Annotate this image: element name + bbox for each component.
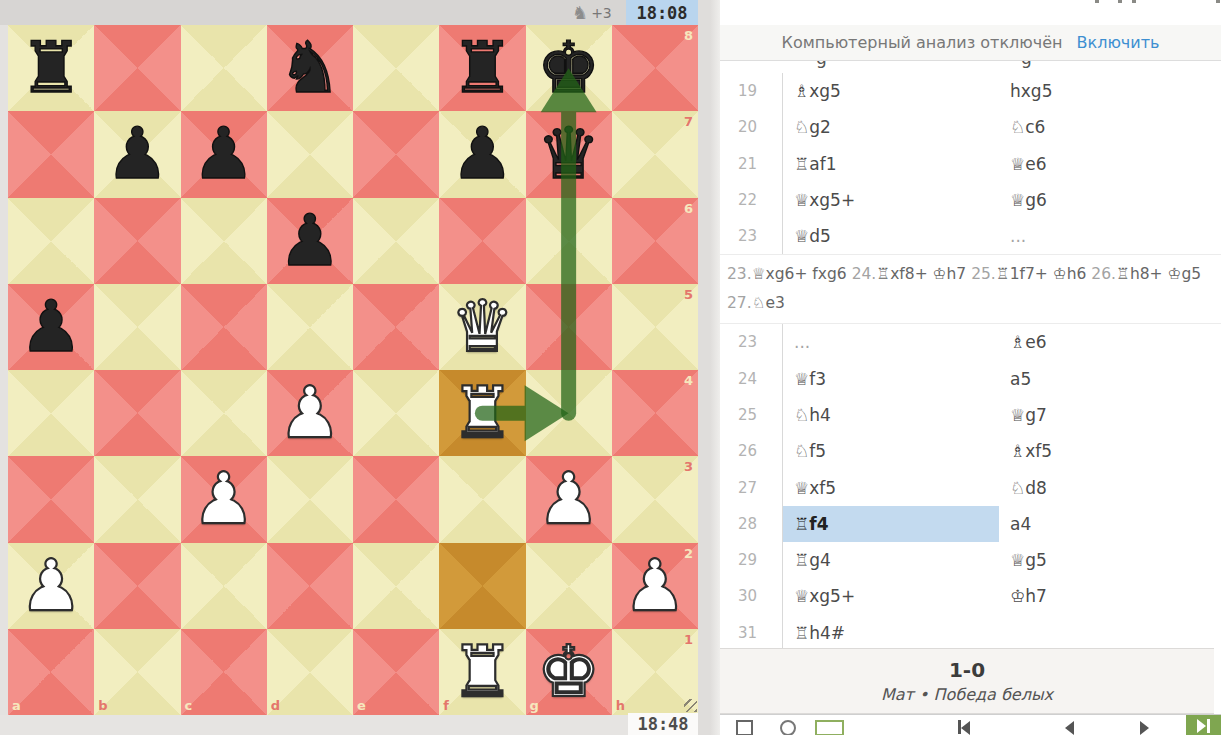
square-d1[interactable] (267, 629, 353, 715)
variation-move[interactable]: ♔h6 (1053, 265, 1087, 283)
square-a3[interactable] (8, 456, 94, 542)
analysis-status-label: Компьютерный анализ отключён (782, 33, 1063, 52)
white-clock: 18:48 (628, 713, 698, 735)
white-move[interactable]: ♖f4 (783, 506, 999, 542)
move-row: 28 ♖f4 a4 (720, 506, 1221, 542)
square-c8[interactable] (181, 25, 267, 111)
square-e4[interactable] (353, 370, 439, 456)
piece-black-king-g8[interactable]: ♚ (526, 25, 612, 111)
move-row: 31 ♖h4# (720, 614, 1221, 650)
variation-move[interactable]: ♔h7 (933, 265, 967, 283)
square-c6[interactable] (181, 198, 267, 284)
bottom-strip (0, 715, 720, 735)
square-d3[interactable] (267, 456, 353, 542)
move-row: 20 ♘g2 ♘c6 (720, 109, 1221, 145)
piece-black-rook-a8[interactable]: ♜ (8, 25, 94, 111)
move-number: 23 (720, 324, 783, 360)
analysis-panel: Компьютерный анализ отключён Включить g … (720, 0, 1221, 735)
white-move[interactable]: ♕d5 (783, 218, 999, 254)
piece-black-pawn-b7[interactable]: ♟ (94, 111, 180, 197)
material-value: +3 (591, 5, 612, 21)
move-row: 19 ♗xg5 hxg5 (720, 73, 1221, 109)
white-move[interactable]: ♖h4# (783, 614, 999, 650)
page: ♞ +3 18:08 18:48 ♜♞♜♚♟♟♟♛♟♟♛♟♜♟♟♟♟♜♚ abc… (0, 0, 1221, 735)
material-advantage: ♞ +3 (572, 0, 612, 25)
variation-move-number: 26. (1091, 265, 1116, 283)
move-row: 25 ♘h4 ♕g7 (720, 397, 1221, 433)
square-g5[interactable] (526, 284, 612, 370)
square-f3[interactable] (439, 456, 525, 542)
result-description: Мат • Победа белых (881, 685, 1053, 704)
square-f6[interactable] (439, 198, 525, 284)
black-move[interactable]: ♘d8 (999, 469, 1221, 505)
square-g2[interactable] (526, 543, 612, 629)
white-move[interactable]: ♕xg5+ (783, 182, 999, 218)
square-d5[interactable] (267, 284, 353, 370)
move-row: 24 ♕f3 a5 (720, 361, 1221, 397)
variation-move-number: 25. (971, 265, 996, 283)
square-a6[interactable] (8, 198, 94, 284)
piece-black-rook-f8[interactable]: ♜ (439, 25, 525, 111)
piece-black-pawn-c7[interactable]: ♟ (181, 111, 267, 197)
piece-white-king-g1[interactable]: ♚ (526, 629, 612, 715)
black-move[interactable]: ♗e6 (999, 324, 1221, 360)
black-move[interactable]: a4 (999, 506, 1221, 542)
square-b1[interactable] (94, 629, 180, 715)
square-h6[interactable] (612, 198, 698, 284)
piece-white-pawn-g3[interactable]: ♟ (526, 456, 612, 542)
board-resize-handle[interactable] (684, 699, 697, 712)
square-c4[interactable] (181, 370, 267, 456)
piece-white-rook-f4[interactable]: ♜ (439, 370, 525, 456)
white-move[interactable]: ♕xg5+ (783, 578, 999, 614)
white-move[interactable]: ♖af1 (783, 146, 999, 182)
move-number: 29 (720, 542, 783, 578)
move-row: 29 ♖g4 ♕g5 (720, 542, 1221, 578)
square-h4[interactable] (612, 370, 698, 456)
next-move-icon[interactable] (1140, 720, 1149, 735)
move-row: 30 ♕xg5+ ♔h7 (720, 578, 1221, 614)
black-move[interactable]: hxg5 (999, 73, 1221, 109)
enable-analysis-link[interactable]: Включить (1077, 33, 1160, 52)
move-number: 30 (720, 578, 783, 614)
square-b5[interactable] (94, 284, 180, 370)
move-number: 20 (720, 109, 783, 145)
square-d2[interactable] (267, 543, 353, 629)
white-move[interactable]: ♘f5 (783, 433, 999, 469)
square-b4[interactable] (94, 370, 180, 456)
move-number: 26 (720, 433, 783, 469)
prev-move-icon[interactable] (1065, 720, 1074, 735)
variation-move[interactable]: ♖1f7+ (996, 265, 1048, 283)
explorer-toggle-icon[interactable] (815, 720, 844, 735)
square-h5[interactable] (612, 284, 698, 370)
variation-move[interactable]: ♕xg6+ (752, 265, 808, 283)
square-e7[interactable] (353, 111, 439, 197)
square-e5[interactable] (353, 284, 439, 370)
move-number: 27 (720, 469, 783, 505)
square-e1[interactable] (353, 629, 439, 715)
black-move[interactable]: a5 (999, 361, 1221, 397)
white-move[interactable]: ♗xg5 (783, 73, 999, 109)
square-a1[interactable] (8, 629, 94, 715)
square-d7[interactable] (267, 111, 353, 197)
clipped-header-fragment (1095, 0, 1099, 3)
square-b2[interactable] (94, 543, 180, 629)
white-move[interactable]: ♘h4 (783, 397, 999, 433)
clipped-header-fragment (1216, 0, 1220, 3)
variation-move[interactable]: fxg6 (812, 265, 846, 283)
knight-icon: ♞ (572, 2, 588, 23)
square-e8[interactable] (353, 25, 439, 111)
settings-circle-icon[interactable] (780, 720, 796, 735)
variation-move[interactable]: ♖xf8+ (876, 265, 927, 283)
piece-black-pawn-d6[interactable]: ♟ (267, 198, 353, 284)
white-move[interactable]: ♘g2 (783, 109, 999, 145)
clipped-white-move[interactable]: g (816, 61, 827, 68)
move-number: 19 (720, 73, 783, 109)
square-h8[interactable] (612, 25, 698, 111)
square-c1[interactable] (181, 629, 267, 715)
result-score: 1-0 (949, 658, 985, 682)
black-move[interactable]: ♕g6 (999, 182, 1221, 218)
square-a7[interactable] (8, 111, 94, 197)
square-a4[interactable] (8, 370, 94, 456)
variation-move[interactable]: ♘e3 (752, 294, 785, 312)
square-f2[interactable] (439, 543, 525, 629)
move-row: 26 ♘f5 ♗xf5 (720, 433, 1221, 469)
square-c2[interactable] (181, 543, 267, 629)
clipped-header-fragment (1118, 0, 1122, 3)
white-move[interactable]: ♕f3 (783, 361, 999, 397)
black-move[interactable]: ♗xf5 (999, 433, 1221, 469)
last-move-icon[interactable] (1186, 715, 1221, 735)
panel-gutter (698, 0, 720, 735)
move-row: 23 ... ♗e6 (720, 324, 1221, 360)
variation-move-number: 27. (727, 294, 752, 312)
black-move[interactable]: ... (999, 218, 1221, 254)
black-move[interactable]: ♔h7 (999, 578, 1221, 614)
piece-white-pawn-c3[interactable]: ♟ (181, 456, 267, 542)
move-row: 23 ♕d5 ... (720, 218, 1221, 254)
piece-white-pawn-a2[interactable]: ♟ (8, 543, 94, 629)
variation-move[interactable]: ♔g5 (1168, 265, 1202, 283)
piece-black-queen-g7[interactable]: ♛ (526, 111, 612, 197)
square-e2[interactable] (353, 543, 439, 629)
square-g4[interactable] (526, 370, 612, 456)
analysis-toolbar (720, 714, 1221, 735)
piece-white-rook-f1[interactable]: ♜ (439, 629, 525, 715)
square-c5[interactable] (181, 284, 267, 370)
move-number: 24 (720, 361, 783, 397)
black-move[interactable]: ♕e6 (999, 146, 1221, 182)
move-list: g g 19 ♗xg5 hxg5 20 ♘g2 ♘c6 21 ♖af1 ♕e6 … (720, 61, 1221, 651)
move-number: 21 (720, 146, 783, 182)
square-b6[interactable] (94, 198, 180, 284)
first-move-icon[interactable] (958, 720, 970, 735)
black-move[interactable]: ♘c6 (999, 109, 1221, 145)
white-move[interactable]: ... (783, 324, 999, 360)
move-number: 23 (720, 218, 783, 254)
square-h3[interactable] (612, 456, 698, 542)
variation-move[interactable]: ♖h8+ (1116, 265, 1163, 283)
move-number: 31 (720, 614, 783, 650)
piece-white-pawn-d4[interactable]: ♟ (267, 370, 353, 456)
square-h7[interactable] (612, 111, 698, 197)
square-g6[interactable] (526, 198, 612, 284)
white-move[interactable]: ♕xf5 (783, 469, 999, 505)
black-clock: 18:08 (626, 0, 698, 25)
piece-white-queen-f5[interactable]: ♛ (439, 284, 525, 370)
piece-black-knight-d8[interactable]: ♞ (267, 25, 353, 111)
move-row: 21 ♖af1 ♕e6 (720, 146, 1221, 182)
board-zone: ♞ +3 18:08 18:48 ♜♞♜♚♟♟♟♛♟♟♛♟♜♟♟♟♟♜♚ abc… (0, 0, 720, 735)
square-b8[interactable] (94, 25, 180, 111)
top-strip (0, 0, 720, 25)
analysis-variation-comment: 23.♕xg6+ fxg6 24.♖xf8+ ♔h7 25.♖1f7+ ♔h6 … (720, 254, 1221, 324)
move-row: 27 ♕xf5 ♘d8 (720, 469, 1221, 505)
analysis-header: Компьютерный анализ отключён Включить (720, 25, 1221, 61)
black-move[interactable] (999, 614, 1221, 650)
piece-black-pawn-f7[interactable]: ♟ (439, 111, 525, 197)
clipped-header-fragment (1132, 0, 1136, 3)
square-e3[interactable] (353, 456, 439, 542)
move-number: 28 (720, 506, 783, 542)
piece-white-pawn-h2[interactable]: ♟ (612, 543, 698, 629)
white-move[interactable]: ♖g4 (783, 542, 999, 578)
clipped-move-row: g g (720, 61, 1221, 73)
black-move[interactable]: ♕g7 (999, 397, 1221, 433)
piece-black-pawn-a5[interactable]: ♟ (8, 284, 94, 370)
move-number: 22 (720, 182, 783, 218)
variation-move-number: 24. (852, 265, 877, 283)
move-row: 22 ♕xg5+ ♕g6 (720, 182, 1221, 218)
move-number: 25 (720, 397, 783, 433)
square-b3[interactable] (94, 456, 180, 542)
black-move[interactable]: ♕g5 (999, 542, 1221, 578)
result-card: 1-0 Мат • Победа белых (720, 648, 1214, 714)
variation-move-number: 23. (727, 265, 752, 283)
flip-board-icon[interactable] (736, 720, 753, 735)
square-e6[interactable] (353, 198, 439, 284)
clipped-black-move[interactable]: g (1021, 61, 1032, 68)
